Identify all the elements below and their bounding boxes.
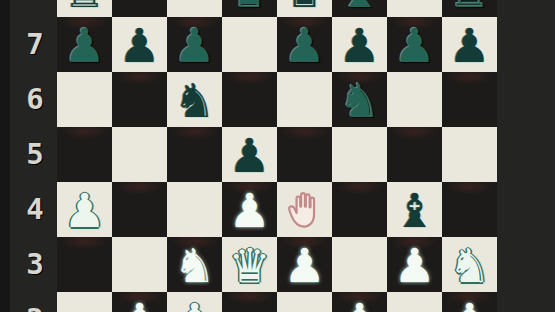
- white-knight: ♞: [167, 237, 222, 292]
- square-e7[interactable]: ♟: [277, 17, 332, 72]
- square-e5[interactable]: [277, 127, 332, 182]
- white-pawn: ♟: [277, 237, 332, 292]
- rank-label-7: 7: [0, 17, 57, 72]
- square-g6[interactable]: [387, 72, 442, 127]
- square-d2[interactable]: [222, 292, 277, 312]
- square-d7[interactable]: [222, 17, 277, 72]
- square-g5[interactable]: [387, 127, 442, 182]
- square-a7[interactable]: ♟: [57, 17, 112, 72]
- square-f5[interactable]: [332, 127, 387, 182]
- black-knight: ♞: [167, 72, 222, 127]
- square-d4[interactable]: ♟: [222, 182, 277, 237]
- black-pawn: ♟: [222, 127, 277, 182]
- white-pawn: ♟: [387, 237, 442, 292]
- black-pawn: ♟: [167, 17, 222, 72]
- square-a2[interactable]: [57, 292, 112, 312]
- square-g3[interactable]: ♟: [387, 237, 442, 292]
- square-f3[interactable]: [332, 237, 387, 292]
- square-f6[interactable]: ♞: [332, 72, 387, 127]
- game-screen: 8765432 ♜♛♚♝♜♟♟♟♟♟♟♟♞♞♟♟♟ ♝♞♛♟♟♞♟♟♟♟♜♝♚♝…: [0, 0, 555, 312]
- rank-label-8: 8: [0, 0, 57, 17]
- rank-label-2: 2: [0, 292, 57, 312]
- square-b7[interactable]: ♟: [112, 17, 167, 72]
- white-pawn: ♟: [112, 292, 167, 312]
- square-h6[interactable]: [442, 72, 497, 127]
- square-e8[interactable]: ♚: [277, 0, 332, 17]
- black-rook: ♜: [57, 0, 112, 17]
- square-h2[interactable]: ♟: [442, 292, 497, 312]
- square-h3[interactable]: ♞: [442, 237, 497, 292]
- square-c6[interactable]: ♞: [167, 72, 222, 127]
- square-c8[interactable]: [167, 0, 222, 17]
- black-pawn: ♟: [332, 17, 387, 72]
- square-d8[interactable]: ♛: [222, 0, 277, 17]
- black-pawn: ♟: [57, 17, 112, 72]
- square-h4[interactable]: [442, 182, 497, 237]
- black-pawn: ♟: [442, 17, 497, 72]
- square-c7[interactable]: ♟: [167, 17, 222, 72]
- white-pawn: ♟: [167, 292, 222, 312]
- hand-cursor-icon: [281, 184, 328, 235]
- black-rook: ♜: [442, 0, 497, 17]
- square-f7[interactable]: ♟: [332, 17, 387, 72]
- square-c3[interactable]: ♞: [167, 237, 222, 292]
- square-f8[interactable]: ♝: [332, 0, 387, 17]
- rank-label-4: 4: [0, 182, 57, 237]
- square-f4[interactable]: [332, 182, 387, 237]
- white-queen: ♛: [222, 237, 277, 292]
- rank-labels: 8765432: [0, 0, 57, 312]
- square-g7[interactable]: ♟: [387, 17, 442, 72]
- square-c5[interactable]: [167, 127, 222, 182]
- square-b4[interactable]: [112, 182, 167, 237]
- black-queen: ♛: [222, 0, 277, 17]
- square-e2[interactable]: [277, 292, 332, 312]
- white-pawn: ♟: [332, 292, 387, 312]
- square-h5[interactable]: [442, 127, 497, 182]
- rank-label-6: 6: [0, 72, 57, 127]
- black-king: ♚: [277, 0, 332, 17]
- square-b2[interactable]: ♟: [112, 292, 167, 312]
- square-a5[interactable]: [57, 127, 112, 182]
- square-a8[interactable]: ♜: [57, 0, 112, 17]
- square-c4[interactable]: [167, 182, 222, 237]
- black-bishop: ♝: [387, 182, 442, 237]
- square-h7[interactable]: ♟: [442, 17, 497, 72]
- black-pawn: ♟: [387, 17, 442, 72]
- square-b5[interactable]: [112, 127, 167, 182]
- square-b8[interactable]: [112, 0, 167, 17]
- white-pawn: ♟: [222, 182, 277, 237]
- square-e3[interactable]: ♟: [277, 237, 332, 292]
- chess-board[interactable]: ♜♛♚♝♜♟♟♟♟♟♟♟♞♞♟♟♟ ♝♞♛♟♟♞♟♟♟♟♜♝♚♝♜: [57, 0, 497, 312]
- rank-label-5: 5: [0, 127, 57, 182]
- square-b6[interactable]: [112, 72, 167, 127]
- square-e4[interactable]: [277, 182, 332, 237]
- white-pawn: ♟: [57, 182, 112, 237]
- black-pawn: ♟: [277, 17, 332, 72]
- square-c2[interactable]: ♟: [167, 292, 222, 312]
- square-g8[interactable]: [387, 0, 442, 17]
- square-a4[interactable]: ♟: [57, 182, 112, 237]
- square-a6[interactable]: [57, 72, 112, 127]
- square-f2[interactable]: ♟: [332, 292, 387, 312]
- square-e6[interactable]: [277, 72, 332, 127]
- square-d5[interactable]: ♟: [222, 127, 277, 182]
- white-knight: ♞: [442, 237, 497, 292]
- rank-label-3: 3: [0, 237, 57, 292]
- square-a3[interactable]: [57, 237, 112, 292]
- square-g2[interactable]: [387, 292, 442, 312]
- square-d3[interactable]: ♛: [222, 237, 277, 292]
- black-knight: ♞: [332, 72, 387, 127]
- square-h8[interactable]: ♜: [442, 0, 497, 17]
- black-pawn: ♟: [112, 17, 167, 72]
- black-bishop: ♝: [332, 0, 387, 17]
- square-g4[interactable]: ♝: [387, 182, 442, 237]
- square-d6[interactable]: [222, 72, 277, 127]
- white-pawn: ♟: [442, 292, 497, 312]
- square-b3[interactable]: [112, 237, 167, 292]
